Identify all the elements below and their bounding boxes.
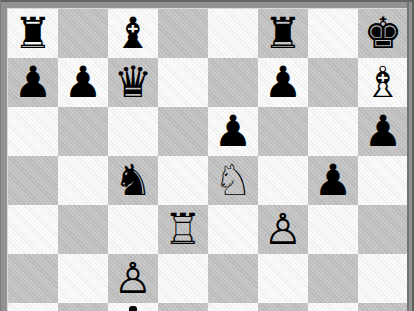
square-a3[interactable] — [8, 254, 58, 303]
black-pawn-f7: ♟ — [258, 58, 308, 107]
square-h2[interactable] — [358, 303, 408, 311]
square-e8[interactable] — [208, 9, 258, 58]
square-e3[interactable] — [208, 254, 258, 303]
frame-inner-right-line — [407, 2, 409, 311]
square-e2[interactable] — [208, 303, 258, 311]
square-h4[interactable] — [358, 205, 408, 254]
square-f3[interactable] — [258, 254, 308, 303]
square-e7[interactable] — [208, 58, 258, 107]
square-f5[interactable] — [258, 156, 308, 205]
square-a6[interactable] — [8, 107, 58, 156]
square-a5[interactable] — [8, 156, 58, 205]
chess-board: ♜♝♜♚♟♟♛♟♗♟♟♞♘♟♖♙♙ — [8, 9, 408, 311]
square-a2[interactable] — [8, 303, 58, 311]
frame-top-line — [0, 0, 414, 2]
black-bishop-c8: ♝ — [108, 9, 158, 58]
white-knight-e5: ♘ — [208, 156, 258, 205]
black-king-h8: ♚ — [358, 9, 408, 58]
square-c8[interactable]: ♝ — [108, 9, 158, 58]
chess-diagram: ♜♝♜♚♟♟♛♟♗♟♟♞♘♟♖♙♙ — [0, 0, 414, 311]
square-h6[interactable]: ♟ — [358, 107, 408, 156]
square-e5[interactable]: ♘ — [208, 156, 258, 205]
square-e6[interactable]: ♟ — [208, 107, 258, 156]
black-rook-a8: ♜ — [8, 9, 58, 58]
square-h7[interactable]: ♗ — [358, 58, 408, 107]
square-f2[interactable] — [258, 303, 308, 311]
square-b7[interactable]: ♟ — [58, 58, 108, 107]
square-c5[interactable]: ♞ — [108, 156, 158, 205]
square-d2[interactable] — [158, 303, 208, 311]
square-g3[interactable] — [308, 254, 358, 303]
square-e4[interactable] — [208, 205, 258, 254]
square-b4[interactable] — [58, 205, 108, 254]
black-pawn-a7: ♟ — [8, 58, 58, 107]
square-g4[interactable] — [308, 205, 358, 254]
square-b3[interactable] — [58, 254, 108, 303]
square-d3[interactable] — [158, 254, 208, 303]
square-f4[interactable]: ♙ — [258, 205, 308, 254]
square-c2[interactable] — [108, 303, 158, 311]
square-d7[interactable] — [158, 58, 208, 107]
square-h3[interactable] — [358, 254, 408, 303]
square-a8[interactable]: ♜ — [8, 9, 58, 58]
square-d4[interactable]: ♖ — [158, 205, 208, 254]
square-a7[interactable]: ♟ — [8, 58, 58, 107]
square-b2[interactable] — [58, 303, 108, 311]
frame-left-edge — [0, 0, 1, 311]
square-g2[interactable] — [308, 303, 358, 311]
black-pawn-b7: ♟ — [58, 58, 108, 107]
white-rook-d4: ♖ — [158, 205, 208, 254]
black-pawn-h6: ♟ — [358, 107, 408, 156]
square-g7[interactable] — [308, 58, 358, 107]
black-pawn-g5: ♟ — [308, 156, 358, 205]
square-a4[interactable] — [8, 205, 58, 254]
black-queen-c7: ♛ — [108, 58, 158, 107]
square-f7[interactable]: ♟ — [258, 58, 308, 107]
square-b8[interactable] — [58, 9, 108, 58]
square-d5[interactable] — [158, 156, 208, 205]
square-g5[interactable]: ♟ — [308, 156, 358, 205]
square-g6[interactable] — [308, 107, 358, 156]
square-h8[interactable]: ♚ — [358, 9, 408, 58]
square-c3[interactable]: ♙ — [108, 254, 158, 303]
square-b5[interactable] — [58, 156, 108, 205]
square-c4[interactable] — [108, 205, 158, 254]
square-d6[interactable] — [158, 107, 208, 156]
black-rook-f8: ♜ — [258, 9, 308, 58]
black-pawn-e6: ♟ — [208, 107, 258, 156]
square-d8[interactable] — [158, 9, 208, 58]
white-bishop-h7: ♗ — [358, 58, 408, 107]
unknown-piece-top-cropped-c2 — [129, 306, 137, 311]
white-pawn-f4: ♙ — [258, 205, 308, 254]
square-c7[interactable]: ♛ — [108, 58, 158, 107]
white-pawn-c3: ♙ — [108, 254, 158, 303]
square-c6[interactable] — [108, 107, 158, 156]
square-f8[interactable]: ♜ — [258, 9, 308, 58]
square-b6[interactable] — [58, 107, 108, 156]
square-g8[interactable] — [308, 9, 358, 58]
square-f6[interactable] — [258, 107, 308, 156]
square-h5[interactable] — [358, 156, 408, 205]
black-knight-c5: ♞ — [108, 156, 158, 205]
